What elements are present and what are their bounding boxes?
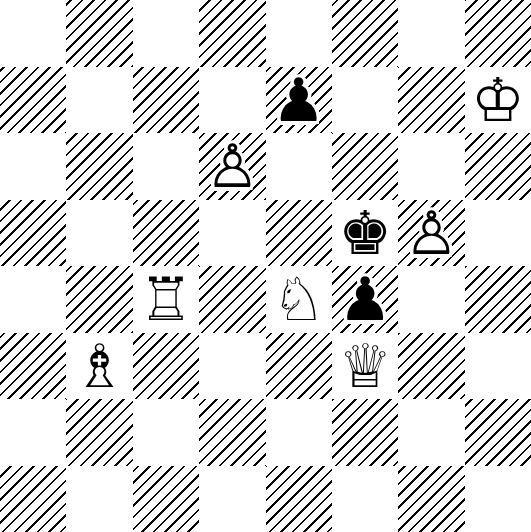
white-pawn-glyph: ♙ [205, 136, 259, 196]
square-b1[interactable] [66, 466, 132, 532]
square-b8[interactable] [66, 0, 132, 67]
square-b6[interactable] [66, 133, 132, 200]
square-c2[interactable] [133, 399, 199, 466]
white-pawn-glyph: ♙ [405, 203, 459, 263]
square-a8[interactable] [0, 0, 66, 67]
piece-white-king[interactable]: ♚♔ [465, 67, 531, 134]
square-e6[interactable] [266, 133, 332, 200]
square-f3[interactable]: ♛♕ [332, 333, 398, 400]
square-d4[interactable] [199, 266, 265, 333]
square-g1[interactable] [398, 466, 464, 532]
square-a4[interactable] [0, 266, 66, 333]
square-g2[interactable] [398, 399, 464, 466]
square-e7[interactable]: ♟♟ [266, 67, 332, 134]
piece-white-knight[interactable]: ♞♘ [266, 266, 332, 333]
square-d6[interactable]: ♟♙ [199, 133, 265, 200]
square-a7[interactable] [0, 67, 66, 134]
square-g6[interactable] [398, 133, 464, 200]
white-queen-glyph: ♕ [338, 336, 392, 396]
square-b3[interactable]: ♝♗ [66, 333, 132, 400]
square-g4[interactable] [398, 266, 464, 333]
piece-white-bishop[interactable]: ♝♗ [66, 333, 132, 400]
square-e4[interactable]: ♞♘ [266, 266, 332, 333]
square-e3[interactable] [266, 333, 332, 400]
square-d1[interactable] [199, 466, 265, 532]
square-c3[interactable] [133, 333, 199, 400]
square-f7[interactable] [332, 67, 398, 134]
square-a1[interactable] [0, 466, 66, 532]
square-f5[interactable]: ♚♚ [332, 200, 398, 267]
square-c7[interactable] [133, 67, 199, 134]
square-e8[interactable] [266, 0, 332, 67]
black-king-glyph: ♚ [338, 203, 392, 263]
square-f2[interactable] [332, 399, 398, 466]
square-g3[interactable] [398, 333, 464, 400]
square-e1[interactable] [266, 466, 332, 532]
square-f8[interactable] [332, 0, 398, 67]
square-e2[interactable] [266, 399, 332, 466]
white-bishop-glyph: ♗ [73, 336, 127, 396]
square-h6[interactable] [465, 133, 531, 200]
white-rook-glyph: ♖ [139, 269, 193, 329]
square-b5[interactable] [66, 200, 132, 267]
square-h8[interactable] [465, 0, 531, 67]
square-h3[interactable] [465, 333, 531, 400]
white-knight-glyph: ♘ [272, 269, 326, 329]
square-a2[interactable] [0, 399, 66, 466]
square-c1[interactable] [133, 466, 199, 532]
chess-board: ♟♟♚♔♟♙♚♚♟♙♜♖♞♘♟♟♝♗♛♕ [0, 0, 531, 532]
square-h7[interactable]: ♚♔ [465, 67, 531, 134]
piece-black-pawn[interactable]: ♟♟ [332, 266, 398, 333]
square-a6[interactable] [0, 133, 66, 200]
square-h2[interactable] [465, 399, 531, 466]
black-pawn-glyph: ♟ [272, 70, 326, 130]
square-a5[interactable] [0, 200, 66, 267]
square-c5[interactable] [133, 200, 199, 267]
piece-white-pawn[interactable]: ♟♙ [199, 133, 265, 200]
square-f1[interactable] [332, 466, 398, 532]
square-d5[interactable] [199, 200, 265, 267]
square-h5[interactable] [465, 200, 531, 267]
square-b7[interactable] [66, 67, 132, 134]
black-pawn-glyph: ♟ [338, 269, 392, 329]
square-h4[interactable] [465, 266, 531, 333]
square-g5[interactable]: ♟♙ [398, 200, 464, 267]
white-king-glyph: ♔ [471, 70, 525, 130]
square-f6[interactable] [332, 133, 398, 200]
square-b4[interactable] [66, 266, 132, 333]
piece-black-pawn[interactable]: ♟♟ [266, 67, 332, 134]
square-d8[interactable] [199, 0, 265, 67]
square-g8[interactable] [398, 0, 464, 67]
square-d3[interactable] [199, 333, 265, 400]
piece-black-king[interactable]: ♚♚ [332, 200, 398, 267]
square-c6[interactable] [133, 133, 199, 200]
piece-white-queen[interactable]: ♛♕ [332, 333, 398, 400]
square-c8[interactable] [133, 0, 199, 67]
square-a3[interactable] [0, 333, 66, 400]
square-g7[interactable] [398, 67, 464, 134]
square-c4[interactable]: ♜♖ [133, 266, 199, 333]
square-d7[interactable] [199, 67, 265, 134]
piece-white-rook[interactable]: ♜♖ [133, 266, 199, 333]
square-d2[interactable] [199, 399, 265, 466]
chess-diagram: ♟♟♚♔♟♙♚♚♟♙♜♖♞♘♟♟♝♗♛♕ [0, 0, 531, 532]
square-e5[interactable] [266, 200, 332, 267]
square-h1[interactable] [465, 466, 531, 532]
square-f4[interactable]: ♟♟ [332, 266, 398, 333]
piece-white-pawn[interactable]: ♟♙ [398, 200, 464, 267]
square-b2[interactable] [66, 399, 132, 466]
